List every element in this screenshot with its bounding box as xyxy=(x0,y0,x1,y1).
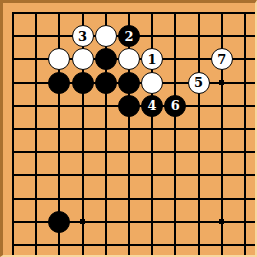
board-cell xyxy=(210,233,233,256)
board-cell xyxy=(1,71,24,94)
board-cell xyxy=(187,233,210,256)
board-cell xyxy=(25,1,48,24)
board-cell xyxy=(25,187,48,210)
board-cell xyxy=(164,25,187,48)
board-cell: 6 xyxy=(164,94,187,117)
board-cell xyxy=(210,94,233,117)
board-cell xyxy=(233,141,256,164)
board-cell xyxy=(71,71,94,94)
white-stone: 7 xyxy=(211,48,233,70)
board-cell xyxy=(71,187,94,210)
board-cell xyxy=(164,71,187,94)
white-stone xyxy=(95,25,117,47)
board-cell xyxy=(164,210,187,233)
board-cell xyxy=(71,48,94,71)
board-cell xyxy=(71,94,94,117)
board-cell xyxy=(164,48,187,71)
move-number: 3 xyxy=(78,30,87,43)
board-cell xyxy=(71,210,94,233)
board-cell: 5 xyxy=(187,71,210,94)
board-cell xyxy=(25,164,48,187)
board-cell: 4 xyxy=(141,94,164,117)
board-cell xyxy=(233,210,256,233)
board-cell xyxy=(117,48,140,71)
board-cell xyxy=(94,233,117,256)
board-cell xyxy=(1,233,24,256)
black-stone: 6 xyxy=(164,95,186,117)
board-cell xyxy=(48,164,71,187)
board-cell xyxy=(25,210,48,233)
board-cell xyxy=(71,141,94,164)
board-cell xyxy=(117,141,140,164)
board-cell xyxy=(233,1,256,24)
board-cell: 2 xyxy=(117,25,140,48)
black-stone xyxy=(95,72,117,94)
board-cell xyxy=(71,1,94,24)
board-cell xyxy=(210,25,233,48)
board-cell xyxy=(94,94,117,117)
board-cell xyxy=(25,48,48,71)
board-cell xyxy=(141,141,164,164)
board-cell xyxy=(94,48,117,71)
black-stone xyxy=(48,72,70,94)
board-cell xyxy=(164,141,187,164)
board-cell xyxy=(48,48,71,71)
board-cell xyxy=(94,71,117,94)
board-cell xyxy=(164,117,187,140)
board-cell xyxy=(164,1,187,24)
board-cell xyxy=(210,164,233,187)
move-number: 5 xyxy=(194,76,203,89)
board-cell xyxy=(94,117,117,140)
move-number: 1 xyxy=(148,53,157,66)
board-cell xyxy=(210,71,233,94)
white-stone xyxy=(72,48,94,70)
board-cell: 3 xyxy=(71,25,94,48)
board-cell xyxy=(1,117,24,140)
board-cell xyxy=(48,210,71,233)
board-cell xyxy=(187,1,210,24)
board-cell xyxy=(164,233,187,256)
board-cell xyxy=(1,141,24,164)
board-cell xyxy=(187,94,210,117)
board-cell xyxy=(164,187,187,210)
board-cell xyxy=(141,187,164,210)
black-stone: 4 xyxy=(141,95,163,117)
board-cell xyxy=(1,48,24,71)
board-cell xyxy=(233,71,256,94)
board-cell xyxy=(48,117,71,140)
board-cell xyxy=(210,210,233,233)
board-cell xyxy=(48,25,71,48)
board-cell xyxy=(94,1,117,24)
board-cell xyxy=(141,233,164,256)
board-cell xyxy=(25,117,48,140)
board-intersections: 3217546 xyxy=(1,1,256,256)
board-cell xyxy=(117,210,140,233)
board-cell xyxy=(71,164,94,187)
board-cell xyxy=(141,164,164,187)
white-stone xyxy=(48,48,70,70)
board-cell xyxy=(164,164,187,187)
board-cell xyxy=(94,210,117,233)
board-cell xyxy=(1,94,24,117)
board-cell xyxy=(141,1,164,24)
black-stone xyxy=(95,48,117,70)
white-stone: 5 xyxy=(188,72,210,94)
white-stone: 1 xyxy=(141,48,163,70)
board-cell xyxy=(94,164,117,187)
board-cell xyxy=(141,71,164,94)
board-cell xyxy=(48,71,71,94)
board-cell xyxy=(25,94,48,117)
star-point xyxy=(219,80,224,85)
board-cell xyxy=(48,94,71,117)
star-point xyxy=(219,219,224,224)
board-cell xyxy=(94,25,117,48)
board-cell xyxy=(210,141,233,164)
board-cell xyxy=(233,233,256,256)
move-number: 4 xyxy=(148,99,157,112)
board-cell xyxy=(1,25,24,48)
white-stone: 3 xyxy=(72,25,94,47)
board-cell xyxy=(94,187,117,210)
black-stone xyxy=(72,72,94,94)
black-stone: 2 xyxy=(118,25,140,47)
board-cell xyxy=(71,117,94,140)
white-stone xyxy=(141,72,163,94)
white-stone xyxy=(118,48,140,70)
board-cell xyxy=(1,1,24,24)
board-cell xyxy=(71,233,94,256)
board-cell xyxy=(233,117,256,140)
board-cell xyxy=(187,164,210,187)
board-cell xyxy=(1,187,24,210)
board-cell xyxy=(187,48,210,71)
board-cell xyxy=(117,164,140,187)
board-cell xyxy=(94,141,117,164)
board-cell xyxy=(48,141,71,164)
board-cell xyxy=(187,187,210,210)
board-cell xyxy=(187,141,210,164)
board-cell xyxy=(187,210,210,233)
star-point xyxy=(80,219,85,224)
board-cell xyxy=(141,25,164,48)
board-cell xyxy=(117,94,140,117)
board-cell xyxy=(210,187,233,210)
board-cell xyxy=(233,25,256,48)
board-cell xyxy=(233,164,256,187)
board-cell xyxy=(117,71,140,94)
black-stone xyxy=(118,72,140,94)
board-cell xyxy=(187,117,210,140)
board-cell xyxy=(117,1,140,24)
board-cell xyxy=(210,117,233,140)
board-cell xyxy=(25,71,48,94)
board-cell xyxy=(48,1,71,24)
board-cell xyxy=(117,187,140,210)
move-number: 7 xyxy=(217,53,226,66)
move-number: 2 xyxy=(124,30,133,43)
board-cell xyxy=(187,25,210,48)
board-cell: 1 xyxy=(141,48,164,71)
board-cell xyxy=(25,141,48,164)
black-stone xyxy=(48,211,70,233)
go-board: 3217546 xyxy=(0,0,257,257)
move-number: 6 xyxy=(171,99,180,112)
board-cell xyxy=(25,233,48,256)
board-cell xyxy=(233,187,256,210)
board-cell xyxy=(141,210,164,233)
black-stone xyxy=(118,95,140,117)
board-cell xyxy=(117,117,140,140)
board-cell xyxy=(210,1,233,24)
board-cell xyxy=(48,187,71,210)
board-cell xyxy=(1,164,24,187)
board-cell xyxy=(1,210,24,233)
board-cell xyxy=(233,48,256,71)
board-cell xyxy=(233,94,256,117)
board-cell: 7 xyxy=(210,48,233,71)
board-cell xyxy=(117,233,140,256)
board-cell xyxy=(48,233,71,256)
board-cell xyxy=(25,25,48,48)
board-cell xyxy=(141,117,164,140)
